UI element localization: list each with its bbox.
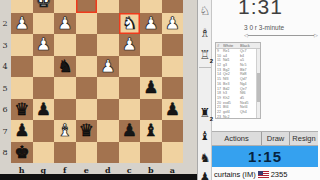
- square-e8[interactable]: [76, 142, 98, 164]
- slider-track[interactable]: [248, 35, 314, 36]
- opponent-clock: 1:31: [238, 0, 283, 19]
- square-e6[interactable]: [76, 99, 98, 121]
- player-info: curtains (IM) 2355: [214, 169, 287, 179]
- square-d4[interactable]: ♟: [97, 56, 119, 78]
- move-list-scrollbar[interactable]: [256, 49, 260, 118]
- square-e4[interactable]: [76, 56, 98, 78]
- square-c7[interactable]: ♟: [119, 120, 141, 142]
- square-c6[interactable]: [119, 99, 141, 121]
- square-e2[interactable]: [76, 13, 98, 35]
- sidebar: ♘♗♖2♜2♝♞♟ 1:31 3 0 r 3-minute ◁ ▷ # Whit…: [197, 0, 320, 180]
- square-g2[interactable]: [33, 13, 55, 35]
- square-e7[interactable]: ♛: [76, 120, 98, 142]
- square-h3[interactable]: [11, 34, 33, 56]
- rank-label-8: 8: [0, 148, 10, 157]
- square-f3[interactable]: [54, 34, 76, 56]
- square-c1[interactable]: [119, 0, 141, 13]
- white-pawn-a2[interactable]: ♟: [162, 13, 184, 35]
- player-clock-active: 1:15: [212, 146, 318, 167]
- square-f2[interactable]: ♟: [54, 13, 76, 35]
- square-h4[interactable]: [11, 56, 33, 78]
- square-b8[interactable]: [140, 142, 162, 164]
- black-pawn-c7[interactable]: ♟: [119, 120, 141, 142]
- black-queen-e7[interactable]: ♛: [76, 120, 98, 142]
- square-h6[interactable]: ♛: [11, 99, 33, 121]
- square-d5[interactable]: [97, 77, 119, 99]
- square-c5[interactable]: [119, 77, 141, 99]
- square-b2[interactable]: ♟: [140, 13, 162, 35]
- rank-label-4: 4: [0, 62, 10, 71]
- square-f5[interactable]: [54, 77, 76, 99]
- white-pawn-g3[interactable]: ♟: [33, 34, 55, 56]
- square-a2[interactable]: ♟: [162, 13, 184, 35]
- square-f8[interactable]: [54, 142, 76, 164]
- square-h1[interactable]: [11, 0, 33, 13]
- square-d7[interactable]: [97, 120, 119, 142]
- slider-end-icon[interactable]: ▷: [314, 32, 318, 39]
- board-area: ♚♟♟♞♟♟♟♟♞♟♟♛♟♟♟♝♛♟♝♚ 2345678 hgfedcba: [0, 0, 197, 180]
- count-badge: 2: [210, 116, 213, 122]
- square-a5[interactable]: [162, 77, 184, 99]
- square-g3[interactable]: ♟: [33, 34, 55, 56]
- square-a3[interactable]: [162, 34, 184, 56]
- count-badge: 2: [210, 58, 213, 64]
- captured-black-knight-icon: ♞: [198, 148, 212, 168]
- white-pawn-h2[interactable]: ♟: [11, 13, 33, 35]
- us-flag-icon: [258, 171, 269, 178]
- move-slider[interactable]: ◁ ▷: [244, 32, 318, 39]
- square-g7[interactable]: [33, 120, 55, 142]
- draw-button[interactable]: Draw: [262, 132, 290, 145]
- captured-black-bishop-icon: ♝: [198, 126, 212, 146]
- game-buttons: Actions Draw Resign: [212, 131, 318, 146]
- black-king-h8[interactable]: ♚: [11, 142, 33, 164]
- square-e3[interactable]: [76, 34, 98, 56]
- white-pawn-f2[interactable]: ♟: [54, 13, 76, 35]
- square-g1[interactable]: ♚: [33, 0, 55, 13]
- move-list[interactable]: # White Black 9Re1Qc710a4b411Nd1a512g3Nc…: [215, 42, 261, 119]
- white-pawn-b2[interactable]: ♟: [140, 13, 162, 35]
- square-f1[interactable]: [54, 0, 76, 13]
- black-pawn-b5[interactable]: ♟: [140, 77, 162, 99]
- square-d3[interactable]: [97, 34, 119, 56]
- rank-label-7: 7: [0, 127, 10, 136]
- square-e5[interactable]: [76, 77, 98, 99]
- square-f4[interactable]: ♞: [54, 56, 76, 78]
- square-b1[interactable]: [140, 0, 162, 13]
- square-h5[interactable]: [11, 77, 33, 99]
- square-d8[interactable]: [97, 142, 119, 164]
- black-pawn-g6[interactable]: ♟: [33, 99, 55, 121]
- square-a6[interactable]: ♟: [162, 99, 184, 121]
- square-g4[interactable]: [33, 56, 55, 78]
- square-d2[interactable]: [97, 13, 119, 35]
- square-e1[interactable]: [76, 0, 98, 13]
- square-a7[interactable]: [162, 120, 184, 142]
- square-b5[interactable]: ♟: [140, 77, 162, 99]
- rank-label-5: 5: [0, 84, 10, 93]
- rank-label-6: 6: [0, 105, 10, 114]
- player-name: curtains (IM): [214, 170, 256, 179]
- white-knight-c2[interactable]: ♞: [119, 13, 141, 35]
- move-row-23[interactable]: 23Nc2: [216, 115, 260, 119]
- scrollbar-thumb[interactable]: [257, 73, 261, 102]
- square-c3[interactable]: ♟: [119, 34, 141, 56]
- captured-black-pawn-icon: ♟: [198, 167, 212, 180]
- white-pawn-c3[interactable]: ♟: [119, 34, 141, 56]
- square-h2[interactable]: ♟: [11, 13, 33, 35]
- square-b6[interactable]: [140, 99, 162, 121]
- resign-button[interactable]: Resign: [290, 132, 318, 145]
- chess-board[interactable]: ♚♟♟♞♟♟♟♟♞♟♟♛♟♟♟♝♛♟♝♚: [11, 0, 183, 163]
- square-c8[interactable]: [119, 142, 141, 164]
- chess-app-window: ♚♟♟♞♟♟♟♟♞♟♟♛♟♟♟♝♛♟♝♚ 2345678 hgfedcba ♘♗…: [0, 0, 320, 180]
- actions-button[interactable]: Actions: [212, 132, 262, 145]
- tray-divider: [199, 67, 211, 68]
- square-b7[interactable]: ♝: [140, 120, 162, 142]
- black-bishop-b7[interactable]: ♝: [140, 120, 162, 142]
- square-g5[interactable]: [33, 77, 55, 99]
- square-h7[interactable]: ♟: [11, 120, 33, 142]
- time-control-label: 3 0 r 3-minute: [244, 24, 284, 31]
- square-c4[interactable]: [119, 56, 141, 78]
- square-g6[interactable]: ♟: [33, 99, 55, 121]
- square-f7[interactable]: ♝: [54, 120, 76, 142]
- white-bishop-f7[interactable]: ♝: [54, 120, 76, 142]
- square-c2[interactable]: ♞: [119, 13, 141, 35]
- square-f6[interactable]: [54, 99, 76, 121]
- square-d6[interactable]: [97, 99, 119, 121]
- square-a8[interactable]: [162, 142, 184, 164]
- captured-white-bishop-icon: ♗: [198, 23, 212, 43]
- black-queen-h6[interactable]: ♛: [11, 99, 33, 121]
- player-rating: 2355: [271, 170, 288, 179]
- square-b3[interactable]: [140, 34, 162, 56]
- captured-black-rook-icon: ♜2: [198, 103, 212, 123]
- white-pawn-d4[interactable]: ♟: [97, 56, 119, 78]
- square-a1[interactable]: [162, 0, 184, 13]
- board-bottom-strip: [0, 174, 197, 180]
- captured-white-knight-icon: ♘: [198, 1, 212, 21]
- white-king-g1[interactable]: ♚: [33, 0, 55, 13]
- black-knight-f4[interactable]: ♞: [54, 56, 76, 78]
- square-b4[interactable]: [140, 56, 162, 78]
- captured-pieces-tray: ♘♗♖2♜2♝♞♟: [198, 0, 212, 180]
- square-h8[interactable]: ♚: [11, 142, 33, 164]
- rank-label-2: 2: [0, 19, 10, 28]
- black-pawn-a6[interactable]: ♟: [162, 99, 184, 121]
- square-g8[interactable]: [33, 142, 55, 164]
- square-a4[interactable]: [162, 56, 184, 78]
- rank-label-3: 3: [0, 41, 10, 50]
- square-d1[interactable]: [97, 0, 119, 13]
- black-pawn-h7[interactable]: ♟: [11, 120, 33, 142]
- captured-white-rook-icon: ♖2: [198, 45, 212, 65]
